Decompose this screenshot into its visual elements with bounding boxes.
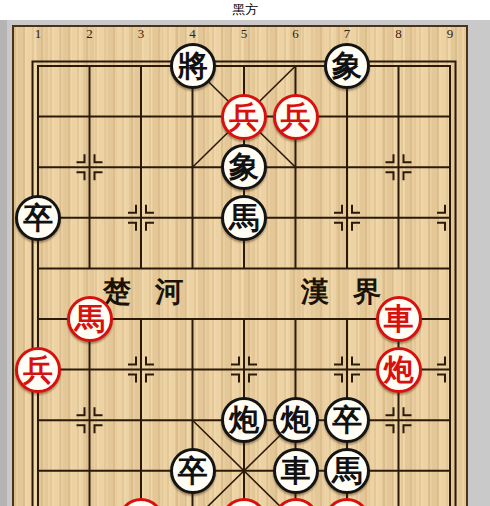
piece-black-horse[interactable]: 馬 [324,448,370,494]
piece-black-horse[interactable]: 馬 [221,195,267,241]
piece-black-chariot[interactable]: 車 [273,448,319,494]
file-label-9: 9 [439,26,461,42]
file-label-4: 4 [182,26,204,42]
piece-black-elephant[interactable]: 象 [324,43,370,89]
piece-black-elephant[interactable]: 象 [221,144,267,190]
piece-red-soldier[interactable]: 兵 [15,347,61,393]
file-label-5: 5 [233,26,255,42]
piece-black-general[interactable]: 將 [170,43,216,89]
file-label-7: 7 [336,26,358,42]
piece-red-soldier[interactable]: 兵 [221,94,267,140]
piece-black-soldier[interactable]: 卒 [15,195,61,241]
file-label-6: 6 [285,26,307,42]
piece-black-soldier[interactable]: 卒 [324,397,370,443]
file-label-8: 8 [388,26,410,42]
piece-red-horse[interactable]: 馬 [67,296,113,342]
piece-red-cannon[interactable]: 炮 [376,347,422,393]
piece-red-soldier[interactable]: 兵 [273,94,319,140]
piece-black-cannon[interactable]: 炮 [273,397,319,443]
file-label-3: 3 [130,26,152,42]
piece-black-cannon[interactable]: 炮 [221,397,267,443]
file-label-1: 1 [27,26,49,42]
piece-red-chariot[interactable]: 車 [376,296,422,342]
xiangqi-app-window: 黑方 123456789 楚河 漢界 將象兵兵象卒馬馬車兵炮炮炮卒卒車馬 [0,0,490,506]
file-label-2: 2 [79,26,101,42]
river-label-chu-he: 楚河 [103,273,207,305]
piece-black-soldier[interactable]: 卒 [170,448,216,494]
